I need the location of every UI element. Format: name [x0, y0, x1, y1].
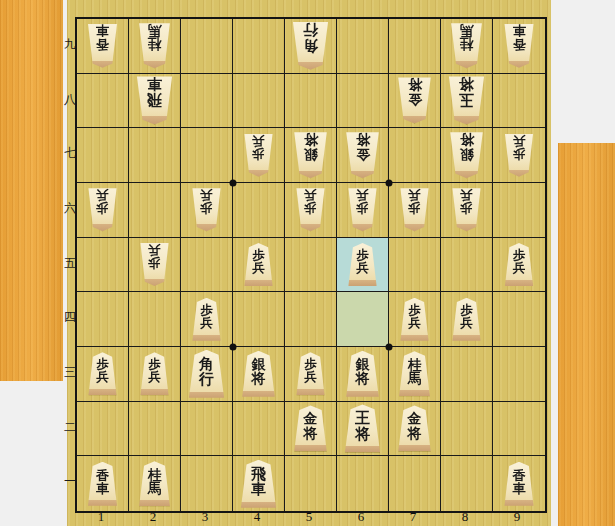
- piece-kanji: 玉将: [459, 76, 474, 114]
- file-label: 8: [439, 508, 491, 526]
- shogi-app: 九八七六五四三二一 香車桂馬角行桂馬香車飛車金将玉将歩兵銀将金将銀将歩兵歩兵歩兵…: [0, 0, 615, 526]
- square-1五[interactable]: [77, 238, 129, 293]
- piece-kanji: 飛車: [251, 460, 266, 498]
- square-5八[interactable]: [285, 74, 337, 129]
- square-5九[interactable]: 角行: [285, 19, 337, 74]
- piece-kanji: 金将: [408, 405, 422, 441]
- komadai-top-player: [0, 0, 63, 381]
- piece-bottom-silver[interactable]: 銀将: [240, 351, 277, 397]
- square-1九[interactable]: 香車: [77, 19, 129, 74]
- board-grid: 香車桂馬角行桂馬香車飛車金将玉将歩兵銀将金将銀将歩兵歩兵歩兵歩兵歩兵歩兵歩兵歩兵…: [75, 17, 547, 513]
- square-8九[interactable]: 桂馬: [441, 19, 493, 74]
- square-5六[interactable]: 歩兵: [285, 183, 337, 238]
- square-7九[interactable]: [389, 19, 441, 74]
- square-1六[interactable]: 歩兵: [77, 183, 129, 238]
- square-8六[interactable]: 歩兵: [441, 183, 493, 238]
- piece-bottom-lance[interactable]: 香車: [86, 462, 119, 506]
- piece-bottom-pawn[interactable]: 歩兵: [87, 352, 119, 395]
- square-8四[interactable]: 歩兵: [441, 292, 493, 347]
- square-4二[interactable]: [233, 402, 285, 457]
- shogi-board: 九八七六五四三二一 香車桂馬角行桂馬香車飛車金将玉将歩兵銀将金将銀将歩兵歩兵歩兵…: [67, 0, 551, 526]
- piece-bottom-pawn[interactable]: 歩兵: [191, 298, 223, 341]
- piece-bottom-gold[interactable]: 金将: [292, 405, 329, 451]
- piece-bottom-pawn[interactable]: 歩兵: [295, 352, 327, 395]
- piece-kanji: 桂馬: [408, 351, 422, 386]
- piece-kanji: 金将: [408, 77, 422, 113]
- star-point: [230, 180, 237, 187]
- piece-kanji: 角行: [199, 350, 214, 388]
- square-6三[interactable]: 銀将: [337, 347, 389, 402]
- piece-top-pawn[interactable]: 歩兵: [347, 188, 379, 231]
- square-6四[interactable]: [337, 292, 389, 347]
- square-4九[interactable]: [233, 19, 285, 74]
- star-point: [386, 180, 393, 187]
- file-label: 9: [491, 508, 543, 526]
- square-9八[interactable]: [493, 74, 545, 129]
- file-label: 4: [231, 508, 283, 526]
- square-1二[interactable]: [77, 402, 129, 457]
- piece-top-pawn[interactable]: 歩兵: [503, 134, 535, 177]
- square-7七[interactable]: [389, 128, 441, 183]
- square-2四[interactable]: [129, 292, 181, 347]
- piece-top-pawn[interactable]: 歩兵: [243, 134, 275, 177]
- square-2八[interactable]: 飛車: [129, 74, 181, 129]
- square-2六[interactable]: [129, 183, 181, 238]
- piece-top-silver[interactable]: 銀将: [292, 132, 329, 178]
- file-label: 3: [179, 508, 231, 526]
- square-2五[interactable]: 歩兵: [129, 238, 181, 293]
- piece-kanji: 桂馬: [460, 23, 474, 58]
- piece-bottom-pawn[interactable]: 歩兵: [399, 298, 431, 341]
- square-8七[interactable]: 銀将: [441, 128, 493, 183]
- square-1八[interactable]: [77, 74, 129, 129]
- file-label: 5: [283, 508, 335, 526]
- square-2九[interactable]: 桂馬: [129, 19, 181, 74]
- piece-top-knight[interactable]: 桂馬: [449, 23, 484, 68]
- square-2二[interactable]: [129, 402, 181, 457]
- piece-top-pawn[interactable]: 歩兵: [191, 188, 223, 231]
- piece-top-pawn[interactable]: 歩兵: [139, 243, 171, 286]
- square-4六[interactable]: [233, 183, 285, 238]
- square-7五[interactable]: [389, 238, 441, 293]
- piece-kanji: 桂馬: [148, 461, 162, 496]
- square-4七[interactable]: 歩兵: [233, 128, 285, 183]
- square-3七[interactable]: [181, 128, 233, 183]
- square-4八[interactable]: [233, 74, 285, 129]
- square-3五[interactable]: [181, 238, 233, 293]
- file-labels: 123456789: [75, 508, 543, 526]
- square-4四[interactable]: [233, 292, 285, 347]
- piece-top-silver[interactable]: 銀将: [448, 132, 485, 178]
- square-9七[interactable]: 歩兵: [493, 128, 545, 183]
- square-6二[interactable]: 王将: [337, 402, 389, 457]
- square-9五[interactable]: 歩兵: [493, 238, 545, 293]
- square-9一[interactable]: 香車: [493, 456, 545, 511]
- square-6八[interactable]: [337, 74, 389, 129]
- square-3九[interactable]: [181, 19, 233, 74]
- square-7六[interactable]: 歩兵: [389, 183, 441, 238]
- piece-top-lance[interactable]: 香車: [503, 24, 536, 68]
- square-4一[interactable]: 飛車: [233, 456, 285, 511]
- piece-top-pawn[interactable]: 歩兵: [295, 188, 327, 231]
- piece-kanji: 銀将: [252, 351, 266, 387]
- file-label: 6: [335, 508, 387, 526]
- piece-top-knight[interactable]: 桂馬: [137, 23, 172, 68]
- piece-kanji: 香車: [96, 24, 109, 58]
- square-4三[interactable]: 銀将: [233, 347, 285, 402]
- square-5三[interactable]: 歩兵: [285, 347, 337, 402]
- piece-kanji: 歩兵: [513, 243, 526, 275]
- square-8八[interactable]: 玉将: [441, 74, 493, 129]
- piece-kanji: 歩兵: [96, 352, 109, 384]
- square-1七[interactable]: [77, 128, 129, 183]
- piece-kanji: 歩兵: [460, 188, 473, 220]
- square-7八[interactable]: 金将: [389, 74, 441, 129]
- piece-kanji: 銀将: [304, 132, 318, 168]
- piece-kanji: 角行: [303, 22, 318, 60]
- piece-kanji: 歩兵: [356, 243, 369, 275]
- piece-kanji: 歩兵: [148, 243, 161, 275]
- piece-top-lance[interactable]: 香車: [86, 24, 119, 68]
- piece-bottom-pawn[interactable]: 歩兵: [347, 243, 379, 286]
- piece-kanji: 香車: [513, 24, 526, 58]
- piece-kanji: 歩兵: [200, 298, 213, 330]
- star-point: [386, 344, 393, 351]
- file-label: 1: [75, 508, 127, 526]
- piece-kanji: 歩兵: [252, 243, 265, 275]
- square-3一[interactable]: [181, 456, 233, 511]
- piece-bottom-bishop[interactable]: 角行: [187, 350, 227, 398]
- piece-kanji: 歩兵: [304, 352, 317, 384]
- piece-bottom-knight[interactable]: 桂馬: [397, 351, 432, 396]
- square-6九[interactable]: [337, 19, 389, 74]
- square-1四[interactable]: [77, 292, 129, 347]
- square-9二[interactable]: [493, 402, 545, 457]
- piece-kanji: 香車: [513, 462, 526, 496]
- piece-kanji: 銀将: [356, 351, 370, 387]
- piece-bottom-pawn[interactable]: 歩兵: [503, 243, 535, 286]
- square-1三[interactable]: 歩兵: [77, 347, 129, 402]
- piece-kanji: 歩兵: [408, 188, 421, 220]
- piece-bottom-knight[interactable]: 桂馬: [137, 461, 172, 506]
- piece-kanji: 歩兵: [460, 298, 473, 330]
- square-4五[interactable]: 歩兵: [233, 238, 285, 293]
- square-1一[interactable]: 香車: [77, 456, 129, 511]
- piece-kanji: 金将: [304, 405, 318, 441]
- square-2七[interactable]: [129, 128, 181, 183]
- piece-top-king[interactable]: 玉将: [447, 76, 487, 124]
- square-3四[interactable]: 歩兵: [181, 292, 233, 347]
- piece-kanji: 飛車: [147, 76, 162, 114]
- piece-top-gold[interactable]: 金将: [344, 132, 381, 178]
- piece-top-pawn[interactable]: 歩兵: [451, 188, 483, 231]
- piece-kanji: 歩兵: [148, 352, 161, 384]
- piece-top-pawn[interactable]: 歩兵: [87, 188, 119, 231]
- square-8一[interactable]: [441, 456, 493, 511]
- piece-bottom-pawn[interactable]: 歩兵: [451, 298, 483, 341]
- komadai-bottom-player: [558, 143, 615, 526]
- file-label: 7: [387, 508, 439, 526]
- piece-kanji: 歩兵: [408, 298, 421, 330]
- file-label: 2: [127, 508, 179, 526]
- piece-bottom-pawn[interactable]: 歩兵: [139, 352, 171, 395]
- square-8五[interactable]: [441, 238, 493, 293]
- square-5二[interactable]: 金将: [285, 402, 337, 457]
- piece-kanji: 金将: [356, 132, 370, 168]
- piece-kanji: 歩兵: [200, 188, 213, 220]
- square-7三[interactable]: 桂馬: [389, 347, 441, 402]
- square-5五[interactable]: [285, 238, 337, 293]
- piece-kanji: 桂馬: [148, 23, 162, 58]
- piece-bottom-pawn[interactable]: 歩兵: [243, 243, 275, 286]
- square-7一[interactable]: [389, 456, 441, 511]
- square-9九[interactable]: 香車: [493, 19, 545, 74]
- piece-top-pawn[interactable]: 歩兵: [399, 188, 431, 231]
- star-point: [230, 344, 237, 351]
- piece-kanji: 銀将: [460, 132, 474, 168]
- square-7四[interactable]: 歩兵: [389, 292, 441, 347]
- piece-kanji: 歩兵: [513, 134, 526, 166]
- square-2一[interactable]: 桂馬: [129, 456, 181, 511]
- square-9六[interactable]: [493, 183, 545, 238]
- square-7二[interactable]: 金将: [389, 402, 441, 457]
- piece-kanji: 香車: [96, 462, 109, 496]
- square-5一[interactable]: [285, 456, 337, 511]
- square-6五[interactable]: 歩兵: [337, 238, 389, 293]
- square-5四[interactable]: [285, 292, 337, 347]
- square-6一[interactable]: [337, 456, 389, 511]
- piece-top-bishop[interactable]: 角行: [291, 22, 331, 70]
- square-6七[interactable]: 金将: [337, 128, 389, 183]
- piece-bottom-king[interactable]: 王将: [343, 404, 383, 452]
- piece-bottom-silver[interactable]: 銀将: [344, 351, 381, 397]
- piece-top-rook[interactable]: 飛車: [135, 76, 175, 124]
- piece-bottom-rook[interactable]: 飛車: [239, 460, 279, 508]
- square-6六[interactable]: 歩兵: [337, 183, 389, 238]
- piece-kanji: 歩兵: [252, 134, 265, 166]
- square-3二[interactable]: [181, 402, 233, 457]
- square-8二[interactable]: [441, 402, 493, 457]
- piece-bottom-gold[interactable]: 金将: [396, 405, 433, 451]
- piece-kanji: 歩兵: [304, 188, 317, 220]
- piece-kanji: 王将: [355, 404, 370, 442]
- piece-top-gold[interactable]: 金将: [396, 77, 433, 123]
- square-3六[interactable]: 歩兵: [181, 183, 233, 238]
- piece-kanji: 歩兵: [356, 188, 369, 220]
- square-3三[interactable]: 角行: [181, 347, 233, 402]
- square-8三[interactable]: [441, 347, 493, 402]
- piece-bottom-lance[interactable]: 香車: [503, 462, 536, 506]
- square-9四[interactable]: [493, 292, 545, 347]
- square-5七[interactable]: 銀将: [285, 128, 337, 183]
- square-9三[interactable]: [493, 347, 545, 402]
- piece-kanji: 歩兵: [96, 188, 109, 220]
- square-2三[interactable]: 歩兵: [129, 347, 181, 402]
- square-3八[interactable]: [181, 74, 233, 129]
